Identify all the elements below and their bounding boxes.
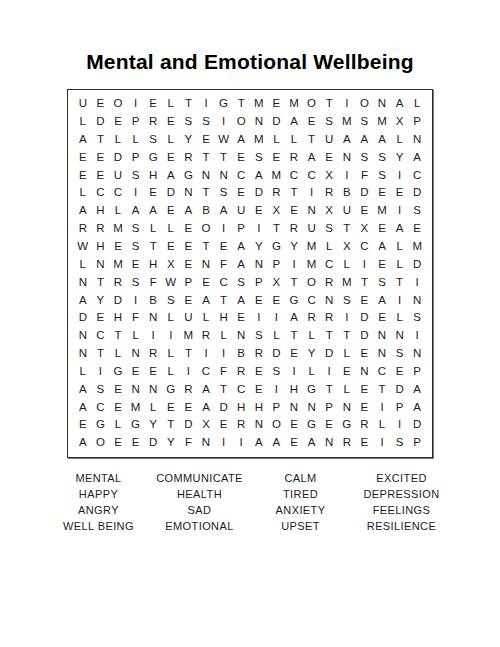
grid-cell: W xyxy=(215,131,233,149)
grid-cell: I xyxy=(391,416,409,434)
grid-cell: E xyxy=(74,166,92,184)
grid-cell: A xyxy=(215,202,233,220)
grid-cell: I xyxy=(391,166,409,184)
grid-cell: M xyxy=(338,274,356,292)
grid-cell: L xyxy=(162,309,180,327)
grid-cell: O xyxy=(92,434,110,452)
grid-cell: Y xyxy=(303,345,321,363)
grid-cell: R xyxy=(197,327,215,345)
grid-cell: A xyxy=(232,238,250,256)
grid-cell: G xyxy=(92,416,110,434)
grid-cell: T xyxy=(92,274,110,292)
grid-cell: N xyxy=(285,398,303,416)
grid-cell: R xyxy=(144,345,162,363)
grid-cell: A xyxy=(74,398,92,416)
grid-cell: A xyxy=(303,149,321,167)
grid-cell: C xyxy=(408,166,426,184)
grid-cell: I xyxy=(215,434,233,452)
grid-cell: A xyxy=(197,291,215,309)
grid-cell: P xyxy=(408,434,426,452)
grid-cell: L xyxy=(391,256,409,274)
grid-cell: G xyxy=(303,416,321,434)
grid-cell: M xyxy=(408,238,426,256)
word-item: MENTAL xyxy=(50,470,147,486)
grid-cell: I xyxy=(268,309,286,327)
grid-cell: T xyxy=(197,238,215,256)
grid-cell: E xyxy=(285,434,303,452)
grid-cell: E xyxy=(268,149,286,167)
grid-cell: U xyxy=(303,220,321,238)
grid-cell: S xyxy=(391,434,409,452)
grid-cell: N xyxy=(320,434,338,452)
grid-cell: L xyxy=(373,416,391,434)
word-grid: UEOIELTIGTMEMOTIONALLDEPRESSIONDAESMSMXP… xyxy=(67,89,433,458)
grid-cell: S xyxy=(232,274,250,292)
grid-cell: S xyxy=(408,309,426,327)
grid-cell: E xyxy=(356,202,374,220)
grid-cell: A xyxy=(74,291,92,309)
grid-cell: L xyxy=(127,131,145,149)
grid-cell: I xyxy=(92,363,110,381)
grid-cell: C xyxy=(197,363,215,381)
grid-cell: T xyxy=(268,220,286,238)
grid-cell: A xyxy=(232,131,250,149)
grid-cell: D xyxy=(180,416,198,434)
grid-cell: N xyxy=(373,95,391,113)
grid-cell: N xyxy=(180,184,198,202)
grid-cell: L xyxy=(197,309,215,327)
grid-cell: I xyxy=(250,220,268,238)
grid-cell: L xyxy=(391,309,409,327)
grid-cell: I xyxy=(215,220,233,238)
grid-cell: N xyxy=(408,345,426,363)
grid-cell: L xyxy=(162,95,180,113)
grid-cell: W xyxy=(162,274,180,292)
grid-cell: E xyxy=(250,291,268,309)
grid-cell: S xyxy=(127,274,145,292)
grid-cell: T xyxy=(285,184,303,202)
grid-cell: N xyxy=(197,166,215,184)
grid-cell: H xyxy=(144,166,162,184)
grid-cell: N xyxy=(408,131,426,149)
grid-cell: E xyxy=(250,381,268,399)
grid-cell: A xyxy=(232,291,250,309)
grid-cell: S xyxy=(373,149,391,167)
grid-cell: I xyxy=(197,95,215,113)
word-item: EMOTIONAL xyxy=(151,518,248,534)
grid-cell: S xyxy=(391,345,409,363)
grid-cell: G xyxy=(109,363,127,381)
grid-cell: R xyxy=(144,113,162,131)
grid-cell: S xyxy=(127,238,145,256)
grid-cell: E xyxy=(356,345,374,363)
grid-cell: D xyxy=(109,291,127,309)
grid-cell: E xyxy=(74,149,92,167)
grid-cell: E xyxy=(180,398,198,416)
grid-cell: M xyxy=(373,113,391,131)
grid-cell: G xyxy=(215,95,233,113)
grid-cell: I xyxy=(391,291,409,309)
grid-cell: E xyxy=(250,363,268,381)
grid-cell: E xyxy=(232,149,250,167)
grid-cell: F xyxy=(127,309,145,327)
grid-cell: S xyxy=(268,363,286,381)
grid-cell: E xyxy=(356,291,374,309)
grid-cell: A xyxy=(250,166,268,184)
grid-cell: A xyxy=(197,381,215,399)
grid-cell: T xyxy=(320,381,338,399)
grid-cell: E xyxy=(109,238,127,256)
grid-cell: A xyxy=(162,166,180,184)
word-item: ANGRY xyxy=(50,502,147,518)
grid-cell: L xyxy=(109,202,127,220)
grid-cell: U xyxy=(338,202,356,220)
grid-cell: L xyxy=(268,327,286,345)
grid-cell: R xyxy=(92,220,110,238)
grid-cell: D xyxy=(356,327,374,345)
grid-cell: A xyxy=(373,291,391,309)
grid-cell: C xyxy=(320,256,338,274)
grid-cell: I xyxy=(373,434,391,452)
grid-cell: R xyxy=(320,274,338,292)
grid-cell: S xyxy=(127,166,145,184)
grid-cell: D xyxy=(408,184,426,202)
grid-cell: H xyxy=(144,256,162,274)
grid-cell: H xyxy=(92,202,110,220)
grid-cell: D xyxy=(268,345,286,363)
grid-cell: P xyxy=(268,256,286,274)
grid-cell: T xyxy=(215,149,233,167)
grid-cell: A xyxy=(144,202,162,220)
grid-cell: T xyxy=(197,149,215,167)
grid-cell: P xyxy=(127,149,145,167)
grid-cell: P xyxy=(320,398,338,416)
grid-cell: P xyxy=(250,274,268,292)
grid-cell: E xyxy=(180,220,198,238)
grid-cell: T xyxy=(338,327,356,345)
word-list-column: MENTALHAPPYANGRYWELL BEING xyxy=(50,470,147,534)
grid-cell: D xyxy=(408,256,426,274)
grid-cell: P xyxy=(391,398,409,416)
grid-cell: C xyxy=(215,274,233,292)
grid-cell: F xyxy=(215,256,233,274)
grid-cell: A xyxy=(232,256,250,274)
grid-cell: N xyxy=(338,149,356,167)
grid-cell: E xyxy=(250,202,268,220)
grid-cell: E xyxy=(109,381,127,399)
grid-cell: E xyxy=(92,309,110,327)
grid-cell: N xyxy=(127,345,145,363)
grid-cell: R xyxy=(109,274,127,292)
grid-cell: X xyxy=(320,166,338,184)
grid-cell: I xyxy=(215,113,233,131)
grid-cell: X xyxy=(356,220,374,238)
grid-cell: M xyxy=(303,238,321,256)
grid-cell: A xyxy=(408,381,426,399)
grid-cell: E xyxy=(92,95,110,113)
grid-cell: I xyxy=(215,345,233,363)
grid-cell: M xyxy=(268,166,286,184)
word-item: SAD xyxy=(151,502,248,518)
grid-cell: U xyxy=(180,309,198,327)
grid-cell: B xyxy=(232,345,250,363)
grid-cell: E xyxy=(127,434,145,452)
grid-cell: M xyxy=(250,95,268,113)
grid-cell: L xyxy=(74,113,92,131)
grid-cell: R xyxy=(232,416,250,434)
grid-cell: T xyxy=(373,381,391,399)
grid-cell: I xyxy=(162,327,180,345)
grid-cell: R xyxy=(356,416,374,434)
grid-cell: I xyxy=(144,327,162,345)
grid-cell: T xyxy=(92,345,110,363)
grid-cell: I xyxy=(408,327,426,345)
grid-cell: E xyxy=(109,434,127,452)
grid-cell: X xyxy=(162,256,180,274)
grid-cell: N xyxy=(373,345,391,363)
grid-cell: Y xyxy=(250,238,268,256)
grid-cell: E xyxy=(373,309,391,327)
grid-cell: S xyxy=(127,220,145,238)
grid-cell: M xyxy=(303,256,321,274)
word-item: HAPPY xyxy=(50,486,147,502)
grid-cell: F xyxy=(215,363,233,381)
grid-cell: N xyxy=(250,256,268,274)
grid-cell: R xyxy=(232,363,250,381)
grid-cell: D xyxy=(391,381,409,399)
grid-cell: C xyxy=(303,291,321,309)
grid-cell: E xyxy=(180,256,198,274)
grid-cell: E xyxy=(215,238,233,256)
grid-cell: E xyxy=(373,184,391,202)
grid-cell: T xyxy=(144,238,162,256)
word-item: UPSET xyxy=(252,518,349,534)
grid-cell: L xyxy=(144,220,162,238)
grid-cell: X xyxy=(391,113,409,131)
grid-cell: U xyxy=(74,95,92,113)
grid-cell: T xyxy=(92,131,110,149)
grid-cell: E xyxy=(162,202,180,220)
grid-cell: M xyxy=(285,95,303,113)
grid-cell: N xyxy=(338,398,356,416)
grid-cell: S xyxy=(356,149,374,167)
grid-cell: D xyxy=(356,309,374,327)
grid-cell: N xyxy=(74,274,92,292)
grid-cell: O xyxy=(356,95,374,113)
grid-cell: R xyxy=(320,309,338,327)
grid-cell: S xyxy=(250,327,268,345)
grid-cell: I xyxy=(127,291,145,309)
grid-cell: S xyxy=(338,291,356,309)
grid-cell: H xyxy=(92,238,110,256)
grid-cell: C xyxy=(232,381,250,399)
grid-cell: G xyxy=(144,149,162,167)
grid-cell: O xyxy=(109,95,127,113)
word-item: COMMUNICATE xyxy=(151,470,248,486)
grid-cell: D xyxy=(408,416,426,434)
grid-cell: D xyxy=(320,345,338,363)
grid-cell: O xyxy=(232,113,250,131)
grid-cell: Y xyxy=(285,238,303,256)
grid-cell: O xyxy=(268,416,286,434)
grid-cell: R xyxy=(268,184,286,202)
grid-cell: C xyxy=(285,166,303,184)
grid-cell: T xyxy=(391,274,409,292)
grid-cell: X xyxy=(268,274,286,292)
grid-cell: S xyxy=(320,220,338,238)
grid-cell: C xyxy=(303,166,321,184)
grid-cell: E xyxy=(180,291,198,309)
grid-cell: R xyxy=(303,309,321,327)
grid-cell: H xyxy=(232,398,250,416)
grid-cell: E xyxy=(109,398,127,416)
word-item: EXCITED xyxy=(353,470,450,486)
grid-cell: I xyxy=(303,184,321,202)
grid-cell: P xyxy=(232,220,250,238)
grid-cell: X xyxy=(197,416,215,434)
grid-cell: A xyxy=(74,202,92,220)
grid-cell: H xyxy=(109,309,127,327)
grid-cell: L xyxy=(162,220,180,238)
word-item: ANXIETY xyxy=(252,502,349,518)
grid-cell: P xyxy=(127,113,145,131)
grid-cell: R xyxy=(180,149,198,167)
grid-cell: L xyxy=(109,416,127,434)
grid-cell: N xyxy=(144,309,162,327)
grid-cell: N xyxy=(197,256,215,274)
grid-cell: D xyxy=(144,434,162,452)
grid-cell: E xyxy=(197,274,215,292)
grid-cell: G xyxy=(127,416,145,434)
grid-cell: I xyxy=(197,345,215,363)
grid-cell: N xyxy=(197,434,215,452)
grid-cell: I xyxy=(180,363,198,381)
word-list-column: CALMTIREDANXIETYUPSET xyxy=(252,470,349,534)
grid-cell: E xyxy=(162,398,180,416)
grid-cell: N xyxy=(215,166,233,184)
grid-cell: C xyxy=(373,363,391,381)
grid-cell: R xyxy=(285,149,303,167)
grid-cell: E xyxy=(356,381,374,399)
grid-cell: C xyxy=(92,184,110,202)
word-list-column: EXCITEDDEPRESSIONFEELINGSRESILIENCE xyxy=(353,470,450,534)
grid-cell: L xyxy=(109,345,127,363)
grid-cell: N xyxy=(250,416,268,434)
grid-cell: B xyxy=(338,184,356,202)
grid-cell: Y xyxy=(391,149,409,167)
grid-cell: C xyxy=(109,184,127,202)
grid-cell: T xyxy=(338,220,356,238)
word-item: HEALTH xyxy=(151,486,248,502)
grid-cell: F xyxy=(356,166,374,184)
grid-cell: E xyxy=(180,238,198,256)
grid-cell: I xyxy=(232,434,250,452)
grid-cell: N xyxy=(373,327,391,345)
grid-cell: E xyxy=(373,256,391,274)
word-list: MENTALHAPPYANGRYWELL BEINGCOMMUNICATEHEA… xyxy=(50,470,450,534)
grid-cell: A xyxy=(74,131,92,149)
grid-cell: R xyxy=(320,184,338,202)
grid-cell: A xyxy=(373,131,391,149)
grid-cell: A xyxy=(391,220,409,238)
grid-cell: E xyxy=(338,363,356,381)
grid-cell: O xyxy=(303,274,321,292)
grid-cell: T xyxy=(215,291,233,309)
grid-cell: T xyxy=(197,184,215,202)
grid-cell: L xyxy=(408,95,426,113)
grid-cell: S xyxy=(320,113,338,131)
grid-cell: M xyxy=(180,327,198,345)
grid-cell: E xyxy=(320,416,338,434)
grid-cell: L xyxy=(74,184,92,202)
grid-cell: G xyxy=(180,166,198,184)
grid-cell: T xyxy=(320,95,338,113)
grid-cell: S xyxy=(373,274,391,292)
grid-cell: S xyxy=(197,113,215,131)
grid-cell: D xyxy=(356,184,374,202)
grid-cell: S xyxy=(250,149,268,167)
grid-cell: N xyxy=(144,381,162,399)
grid-cell: T xyxy=(162,416,180,434)
grid-cell: L xyxy=(162,131,180,149)
grid-cell: E xyxy=(285,416,303,434)
grid-cell: T xyxy=(285,274,303,292)
grid-cell: U xyxy=(320,131,338,149)
grid-cell: A xyxy=(74,381,92,399)
grid-cell: D xyxy=(92,113,110,131)
grid-cell: L xyxy=(338,381,356,399)
grid-cell: T xyxy=(320,327,338,345)
grid-cell: F xyxy=(144,274,162,292)
grid-cell: E xyxy=(127,363,145,381)
grid-cell: L xyxy=(391,131,409,149)
grid-cell: O xyxy=(303,95,321,113)
grid-cell: L xyxy=(303,363,321,381)
word-item: DEPRESSION xyxy=(353,486,450,502)
word-item: CALM xyxy=(252,470,349,486)
grid-cell: E xyxy=(74,416,92,434)
grid-cell: L xyxy=(285,131,303,149)
grid-cell: I xyxy=(320,363,338,381)
grid-cell: I xyxy=(285,256,303,274)
grid-cell: L xyxy=(391,238,409,256)
grid-cell: I xyxy=(268,381,286,399)
grid-cell: M xyxy=(109,256,127,274)
grid-cell: I xyxy=(127,95,145,113)
grid-cell: A xyxy=(268,434,286,452)
grid-cell: G xyxy=(268,238,286,256)
grid-cell: L xyxy=(162,363,180,381)
grid-cell: I xyxy=(250,309,268,327)
grid-cell: E xyxy=(92,149,110,167)
grid-cell: N xyxy=(303,202,321,220)
grid-cell: P xyxy=(268,398,286,416)
word-search-page: Mental and Emotional Wellbeing UEOIELTIG… xyxy=(0,0,500,647)
grid-cell: I xyxy=(338,95,356,113)
grid-cell: I xyxy=(338,309,356,327)
grid-cell: S xyxy=(356,113,374,131)
grid-cell: R xyxy=(74,220,92,238)
grid-cell: U xyxy=(109,166,127,184)
grid-cell: E xyxy=(391,184,409,202)
grid-cell: D xyxy=(74,309,92,327)
grid-cell: E xyxy=(144,95,162,113)
grid-cell: G xyxy=(338,416,356,434)
grid-cell: E xyxy=(320,149,338,167)
grid-cell: N xyxy=(408,291,426,309)
grid-cell: I xyxy=(127,184,145,202)
grid-cell: D xyxy=(268,113,286,131)
